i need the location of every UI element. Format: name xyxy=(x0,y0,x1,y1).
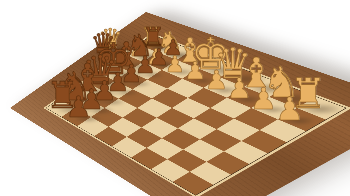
chess-board-grid xyxy=(46,35,347,196)
board-maple-margin xyxy=(43,33,350,196)
chess-set-product-photo: ♜♜♛♛♞♟♟♞♝♟♟♝♚♟♟♚♛♟♟♛♝♟♟♝♞♟♞♟♜♜♟♟♟♟ xyxy=(0,0,350,196)
chess-board-plane xyxy=(10,12,350,196)
